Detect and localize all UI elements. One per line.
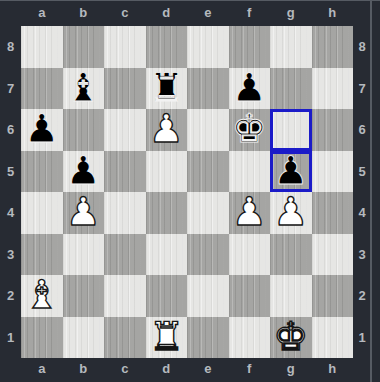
rank-label-2: 2 — [0, 275, 21, 317]
square-g5[interactable]: ♟ — [270, 151, 312, 193]
square-g4[interactable]: ♟ — [270, 192, 312, 234]
file-label-d: d — [146, 360, 188, 378]
file-label-c: c — [104, 4, 146, 22]
piece-white-bishop[interactable]: ♝ — [24, 275, 59, 315]
square-b7[interactable]: ♝ — [63, 68, 105, 110]
file-labels-bottom: abcdefgh — [21, 360, 353, 378]
square-b5[interactable]: ♟ — [63, 151, 105, 193]
rank-label-3: 3 — [0, 234, 21, 276]
file-labels-top: abcdefgh — [21, 4, 353, 22]
square-b4[interactable]: ♟ — [63, 192, 105, 234]
square-a5[interactable] — [21, 151, 63, 193]
piece-black-pawn[interactable]: ♟ — [273, 151, 308, 191]
rank-label-8: 8 — [353, 26, 371, 68]
rank-labels-left: 87654321 — [0, 26, 21, 358]
rank-label-4: 4 — [0, 192, 21, 234]
square-a2[interactable]: ♝ — [21, 275, 63, 317]
rank-label-8: 8 — [0, 26, 21, 68]
square-f3[interactable] — [229, 234, 271, 276]
square-h6[interactable] — [312, 109, 354, 151]
square-b8[interactable] — [63, 26, 105, 68]
file-label-b: b — [63, 360, 105, 378]
square-e6[interactable] — [187, 109, 229, 151]
rank-label-2: 2 — [353, 275, 371, 317]
square-a6[interactable]: ♟ — [21, 109, 63, 151]
square-a3[interactable] — [21, 234, 63, 276]
piece-black-pawn[interactable]: ♟ — [66, 151, 101, 191]
square-d1[interactable]: ♜ — [146, 317, 188, 359]
square-d4[interactable] — [146, 192, 188, 234]
square-h1[interactable] — [312, 317, 354, 359]
square-h3[interactable] — [312, 234, 354, 276]
square-a1[interactable] — [21, 317, 63, 359]
square-d2[interactable] — [146, 275, 188, 317]
square-f4[interactable]: ♟ — [229, 192, 271, 234]
square-g2[interactable] — [270, 275, 312, 317]
file-label-e: e — [187, 360, 229, 378]
rank-labels-right: 87654321 — [353, 26, 371, 358]
square-b2[interactable] — [63, 275, 105, 317]
file-label-f: f — [229, 4, 271, 22]
square-f6[interactable]: ♚ — [229, 109, 271, 151]
square-h7[interactable] — [312, 68, 354, 110]
square-a8[interactable] — [21, 26, 63, 68]
rank-label-7: 7 — [0, 68, 21, 110]
square-d6[interactable]: ♟ — [146, 109, 188, 151]
square-h8[interactable] — [312, 26, 354, 68]
square-e1[interactable] — [187, 317, 229, 359]
chess-board[interactable]: ♝♜♟♟♟♚♟♟♟♟♟♝♜♚ — [21, 26, 353, 358]
piece-white-pawn[interactable]: ♟ — [232, 192, 267, 232]
square-c8[interactable] — [104, 26, 146, 68]
piece-white-rook[interactable]: ♜ — [149, 317, 184, 357]
piece-white-pawn[interactable]: ♟ — [149, 109, 184, 149]
square-a7[interactable] — [21, 68, 63, 110]
square-f5[interactable] — [229, 151, 271, 193]
piece-white-king[interactable]: ♚ — [273, 317, 308, 357]
rank-label-4: 4 — [353, 192, 371, 234]
file-label-f: f — [229, 360, 271, 378]
piece-white-pawn[interactable]: ♟ — [273, 192, 308, 232]
square-g7[interactable] — [270, 68, 312, 110]
piece-black-king[interactable]: ♚ — [232, 109, 267, 149]
rank-label-7: 7 — [353, 68, 371, 110]
square-e4[interactable] — [187, 192, 229, 234]
square-c4[interactable] — [104, 192, 146, 234]
file-label-b: b — [63, 4, 105, 22]
square-g3[interactable] — [270, 234, 312, 276]
file-label-g: g — [270, 4, 312, 22]
piece-black-bishop[interactable]: ♝ — [66, 68, 101, 108]
square-c1[interactable] — [104, 317, 146, 359]
square-a4[interactable] — [21, 192, 63, 234]
square-c7[interactable] — [104, 68, 146, 110]
square-c5[interactable] — [104, 151, 146, 193]
file-label-g: g — [270, 360, 312, 378]
file-label-c: c — [104, 360, 146, 378]
square-b3[interactable] — [63, 234, 105, 276]
square-f2[interactable] — [229, 275, 271, 317]
square-f1[interactable] — [229, 317, 271, 359]
square-g6[interactable] — [270, 109, 312, 151]
square-b6[interactable] — [63, 109, 105, 151]
piece-black-pawn[interactable]: ♟ — [24, 109, 59, 149]
square-g1[interactable]: ♚ — [270, 317, 312, 359]
square-e3[interactable] — [187, 234, 229, 276]
piece-black-rook[interactable]: ♜ — [149, 68, 184, 108]
square-d3[interactable] — [146, 234, 188, 276]
square-d8[interactable] — [146, 26, 188, 68]
file-label-a: a — [21, 360, 63, 378]
window-top-edge — [0, 0, 380, 1]
piece-black-pawn[interactable]: ♟ — [232, 68, 267, 108]
file-label-d: d — [146, 4, 188, 22]
square-c6[interactable] — [104, 109, 146, 151]
square-g8[interactable] — [270, 26, 312, 68]
square-e8[interactable] — [187, 26, 229, 68]
square-e5[interactable] — [187, 151, 229, 193]
square-h4[interactable] — [312, 192, 354, 234]
file-label-a: a — [21, 4, 63, 22]
square-c3[interactable] — [104, 234, 146, 276]
rank-label-6: 6 — [353, 109, 371, 151]
rank-label-5: 5 — [353, 151, 371, 193]
piece-white-pawn[interactable]: ♟ — [66, 192, 101, 232]
square-c2[interactable] — [104, 275, 146, 317]
rank-label-1: 1 — [0, 317, 21, 359]
rank-label-1: 1 — [353, 317, 371, 359]
chess-app-window: abcdefgh 87654321 ♝♜♟♟♟♚♟♟♟♟♟♝♜♚ 8765432… — [0, 0, 380, 382]
rank-label-5: 5 — [0, 151, 21, 193]
square-h2[interactable] — [312, 275, 354, 317]
file-label-h: h — [312, 360, 354, 378]
square-f7[interactable]: ♟ — [229, 68, 271, 110]
rank-label-6: 6 — [0, 109, 21, 151]
square-d7[interactable]: ♜ — [146, 68, 188, 110]
square-e2[interactable] — [187, 275, 229, 317]
square-h5[interactable] — [312, 151, 354, 193]
rank-label-3: 3 — [353, 234, 371, 276]
square-b1[interactable] — [63, 317, 105, 359]
square-d5[interactable] — [146, 151, 188, 193]
file-label-e: e — [187, 4, 229, 22]
square-e7[interactable] — [187, 68, 229, 110]
file-label-h: h — [312, 4, 354, 22]
square-f8[interactable] — [229, 26, 271, 68]
